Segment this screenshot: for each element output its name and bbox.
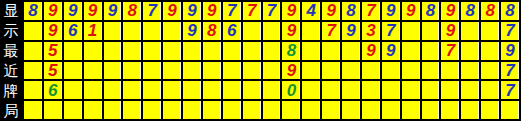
cell-r3c17: [342, 42, 360, 60]
cell-r4c1: [24, 62, 42, 80]
cell-r5c2: 6: [44, 81, 62, 99]
cell-r2c14: 9: [282, 22, 300, 40]
cell-r3c18: 9: [362, 42, 380, 60]
cell-r5c8: [163, 81, 181, 99]
cell-r4c12: [243, 62, 261, 80]
cell-r1c25: 8: [501, 2, 519, 20]
cell-r1c8: 9: [163, 2, 181, 20]
cell-r3c6: [123, 42, 141, 60]
cell-r3c19: 9: [382, 42, 400, 60]
cell-r1c3: 9: [64, 2, 82, 20]
cell-r1c12: 7: [243, 2, 261, 20]
cell-r1c9: 9: [183, 2, 201, 20]
label-char-6: 局: [4, 101, 19, 121]
cell-r2c3: 6: [64, 22, 82, 40]
label-char-2: 示: [4, 20, 19, 40]
cell-r1c10: 9: [203, 2, 221, 20]
cell-r3c12: [243, 42, 261, 60]
label-char-3: 最: [4, 40, 19, 60]
cell-r6c15: [302, 101, 320, 119]
cell-r1c7: 7: [143, 2, 161, 20]
cell-r6c20: [402, 101, 420, 119]
cell-r1c23: 8: [461, 2, 479, 20]
label-char-4: 近: [4, 61, 19, 81]
cell-r3c15: [302, 42, 320, 60]
cell-r2c4: 1: [84, 22, 102, 40]
cell-r6c11: [223, 101, 241, 119]
cell-r6c13: [263, 101, 281, 119]
cell-r2c12: [243, 22, 261, 40]
cell-r5c24: [481, 81, 499, 99]
cell-r2c6: [123, 22, 141, 40]
cell-r5c17: [342, 81, 360, 99]
cell-r1c1: 8: [24, 2, 42, 20]
cell-r3c22: 7: [441, 42, 459, 60]
cell-r4c5: [104, 62, 122, 80]
cell-r4c8: [163, 62, 181, 80]
cell-r6c14: [282, 101, 300, 119]
cell-r3c3: [64, 42, 82, 60]
cell-r2c24: [481, 22, 499, 40]
label-char-5: 牌: [4, 81, 19, 101]
cell-r4c4: [84, 62, 102, 80]
cell-r2c11: 6: [223, 22, 241, 40]
cell-r6c12: [243, 101, 261, 119]
cell-r4c24: [481, 62, 499, 80]
cell-r1c17: 8: [342, 2, 360, 20]
cell-r2c7: [143, 22, 161, 40]
cell-r2c20: [402, 22, 420, 40]
cell-r1c20: 9: [402, 2, 420, 20]
cell-r4c13: [263, 62, 281, 80]
cell-r3c7: [143, 42, 161, 60]
cell-r5c7: [143, 81, 161, 99]
cell-r4c18: [362, 62, 380, 80]
cell-r3c8: [163, 42, 181, 60]
cell-r5c25: 7: [501, 81, 519, 99]
board-grid: 8999987999777949879989888961986979379758…: [22, 0, 521, 121]
cell-r4c17: [342, 62, 360, 80]
cell-r2c19: 7: [382, 22, 400, 40]
cell-r3c5: [104, 42, 122, 60]
cell-r3c14: 8: [282, 42, 300, 60]
cell-r4c6: [123, 62, 141, 80]
cell-r2c5: [104, 22, 122, 40]
cell-r5c4: [84, 81, 102, 99]
cell-r5c1: [24, 81, 42, 99]
cell-r3c24: [481, 42, 499, 60]
cell-r6c23: [461, 101, 479, 119]
cell-r3c20: [402, 42, 420, 60]
cell-r4c19: [382, 62, 400, 80]
cell-r3c13: [263, 42, 281, 60]
cell-r1c11: 7: [223, 2, 241, 20]
cell-r4c23: [461, 62, 479, 80]
cell-r1c18: 7: [362, 2, 380, 20]
cell-r2c9: 9: [183, 22, 201, 40]
cell-r6c24: [481, 101, 499, 119]
cell-r5c6: [123, 81, 141, 99]
cell-r4c22: [441, 62, 459, 80]
cell-r4c25: 7: [501, 62, 519, 80]
cell-r5c9: [183, 81, 201, 99]
cell-r4c15: [302, 62, 320, 80]
cell-r2c15: [302, 22, 320, 40]
cell-r5c21: [422, 81, 440, 99]
cell-r6c4: [84, 101, 102, 119]
cell-r1c15: 4: [302, 2, 320, 20]
cell-r5c12: [243, 81, 261, 99]
cell-r1c24: 8: [481, 2, 499, 20]
cell-r1c19: 9: [382, 2, 400, 20]
cell-r3c10: [203, 42, 221, 60]
cell-r3c1: [24, 42, 42, 60]
cell-r1c2: 9: [44, 2, 62, 20]
cell-r2c17: 9: [342, 22, 360, 40]
cell-r6c1: [24, 101, 42, 119]
cell-r4c10: [203, 62, 221, 80]
cell-r4c3: [64, 62, 82, 80]
cell-r4c9: [183, 62, 201, 80]
cell-r5c19: [382, 81, 400, 99]
cell-r5c14: 0: [282, 81, 300, 99]
cell-r6c2: [44, 101, 62, 119]
cell-r6c7: [143, 101, 161, 119]
cell-r4c7: [143, 62, 161, 80]
cell-r5c5: [104, 81, 122, 99]
cell-r4c21: [422, 62, 440, 80]
cell-r2c25: 7: [501, 22, 519, 40]
cell-r5c22: [441, 81, 459, 99]
cell-r3c25: 9: [501, 42, 519, 60]
recent-games-display: 显示最近牌局 899998799977794987998988896198697…: [0, 0, 521, 121]
cell-r3c23: [461, 42, 479, 60]
cell-r2c23: [461, 22, 479, 40]
label-char-1: 显: [4, 0, 19, 20]
cell-r5c11: [223, 81, 241, 99]
cell-r5c10: [203, 81, 221, 99]
cell-r5c23: [461, 81, 479, 99]
cell-r4c2: 5: [44, 62, 62, 80]
cell-r2c10: 8: [203, 22, 221, 40]
cell-r2c13: [263, 22, 281, 40]
cell-r1c5: 9: [104, 2, 122, 20]
cell-r5c15: [302, 81, 320, 99]
cell-r6c9: [183, 101, 201, 119]
cell-r1c6: 8: [123, 2, 141, 20]
cell-r6c6: [123, 101, 141, 119]
cell-r2c2: 9: [44, 22, 62, 40]
cell-r3c11: [223, 42, 241, 60]
cell-r3c2: 5: [44, 42, 62, 60]
cell-r6c25: [501, 101, 519, 119]
cell-r2c16: 7: [322, 22, 340, 40]
cell-r5c20: [402, 81, 420, 99]
cell-r3c9: [183, 42, 201, 60]
cell-r6c3: [64, 101, 82, 119]
cell-r1c22: 9: [441, 2, 459, 20]
cell-r6c17: [342, 101, 360, 119]
cell-r4c11: [223, 62, 241, 80]
cell-r6c8: [163, 101, 181, 119]
cell-r2c21: [422, 22, 440, 40]
cell-r1c21: 8: [422, 2, 440, 20]
cell-r6c21: [422, 101, 440, 119]
cell-r5c13: [263, 81, 281, 99]
cell-r6c5: [104, 101, 122, 119]
cell-r5c3: [64, 81, 82, 99]
cell-r5c16: [322, 81, 340, 99]
cell-r5c18: [362, 81, 380, 99]
cell-r4c16: [322, 62, 340, 80]
cell-r1c13: 7: [263, 2, 281, 20]
cell-r1c4: 9: [84, 2, 102, 20]
cell-r3c4: [84, 42, 102, 60]
cell-r2c8: [163, 22, 181, 40]
cell-r1c14: 9: [282, 2, 300, 20]
cell-r4c14: 9: [282, 62, 300, 80]
cell-r4c20: [402, 62, 420, 80]
recent-games-label: 显示最近牌局: [0, 0, 22, 121]
cell-r2c18: 3: [362, 22, 380, 40]
cell-r2c1: [24, 22, 42, 40]
cell-r3c21: [422, 42, 440, 60]
cell-r6c16: [322, 101, 340, 119]
cell-r6c19: [382, 101, 400, 119]
cell-r3c16: [322, 42, 340, 60]
cell-r1c16: 9: [322, 2, 340, 20]
cell-r2c22: 9: [441, 22, 459, 40]
cell-r6c18: [362, 101, 380, 119]
cell-r6c10: [203, 101, 221, 119]
cell-r6c22: [441, 101, 459, 119]
